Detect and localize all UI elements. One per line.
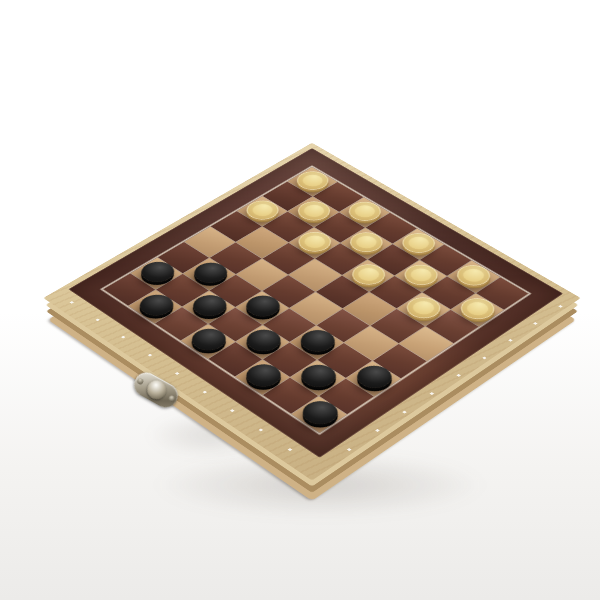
square-f1[interactable] [155,307,208,340]
black-checker-d2[interactable] [239,325,287,355]
square-a7[interactable] [451,293,503,326]
square-b1[interactable] [263,378,317,414]
square-e2[interactable] [209,308,262,341]
square-d1[interactable] [208,342,261,376]
square-a6[interactable] [425,310,478,343]
square-e1[interactable] [181,324,234,358]
perspective-container [0,0,600,600]
square-a4[interactable] [373,344,427,378]
square-c4[interactable] [317,309,370,342]
border-coordinate-marks-right [327,298,573,464]
square-c1[interactable] [236,360,290,395]
square-b3[interactable] [318,343,372,377]
square-d2[interactable] [236,325,289,359]
black-checker-e1[interactable] [185,325,233,355]
square-b5[interactable] [371,309,424,342]
square-a2[interactable] [319,378,373,414]
square-a3[interactable] [346,361,400,396]
board-print [68,148,563,458]
black-checker-a1[interactable] [295,397,344,429]
black-checker-c1[interactable] [239,360,287,391]
square-a5[interactable] [400,327,453,361]
square-c2[interactable] [263,342,317,376]
wooden-box-top [43,143,580,481]
square-d3[interactable] [263,308,316,341]
black-checker-c3[interactable] [294,326,342,356]
square-b4[interactable] [345,326,398,360]
square-b2[interactable] [291,360,345,395]
light-checker-a7[interactable] [454,294,501,323]
black-checker-b2[interactable] [294,361,342,392]
game-board [43,143,580,481]
border-coordinate-marks-bottom [59,294,312,465]
product-photo-scene [0,0,600,600]
black-checker-a3[interactable] [350,361,398,392]
square-a1[interactable] [292,396,347,432]
square-c3[interactable] [290,326,343,360]
